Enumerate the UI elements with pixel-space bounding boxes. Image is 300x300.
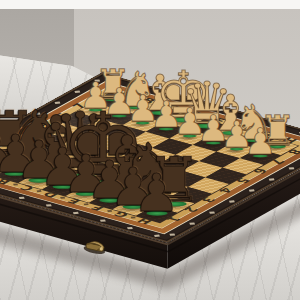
chess-set-photo: AABBCCDDEEFFGGHH1122334455667788 ♜♞♟♝♟♚♟… xyxy=(0,0,300,300)
piece-dark-pawn-h1[interactable]: ♟ xyxy=(133,167,180,220)
pieces-layer: ♜♞♟♝♟♚♟♛♟♝♟♞♟♜♟♟♜♞♟♝♟♛♟♚♟♝♟♞♟♜♟♟ xyxy=(0,0,300,300)
piece-light-pawn-h7[interactable]: ♟ xyxy=(244,124,277,160)
